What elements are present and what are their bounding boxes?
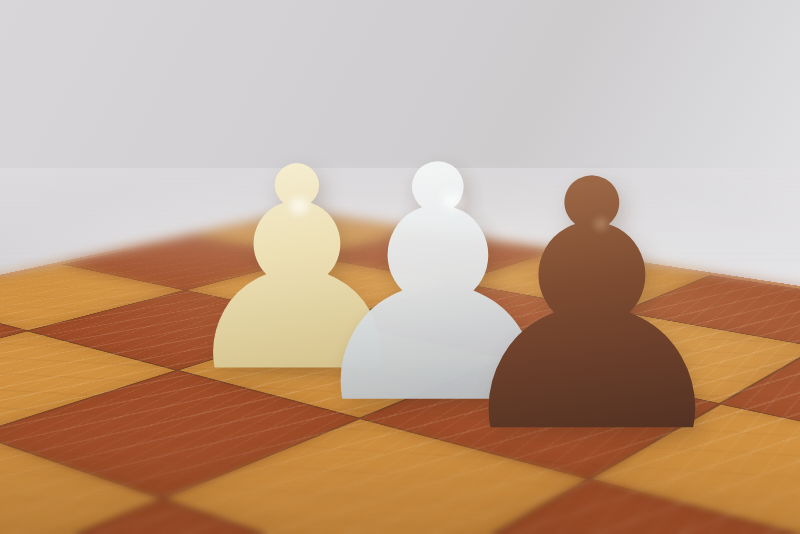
photo-scene: ♟ ♟ ♟ [0,0,800,534]
piece-layer: ♟ ♟ ♟ [0,0,800,534]
pawn-wood: ♟ [437,135,746,480]
